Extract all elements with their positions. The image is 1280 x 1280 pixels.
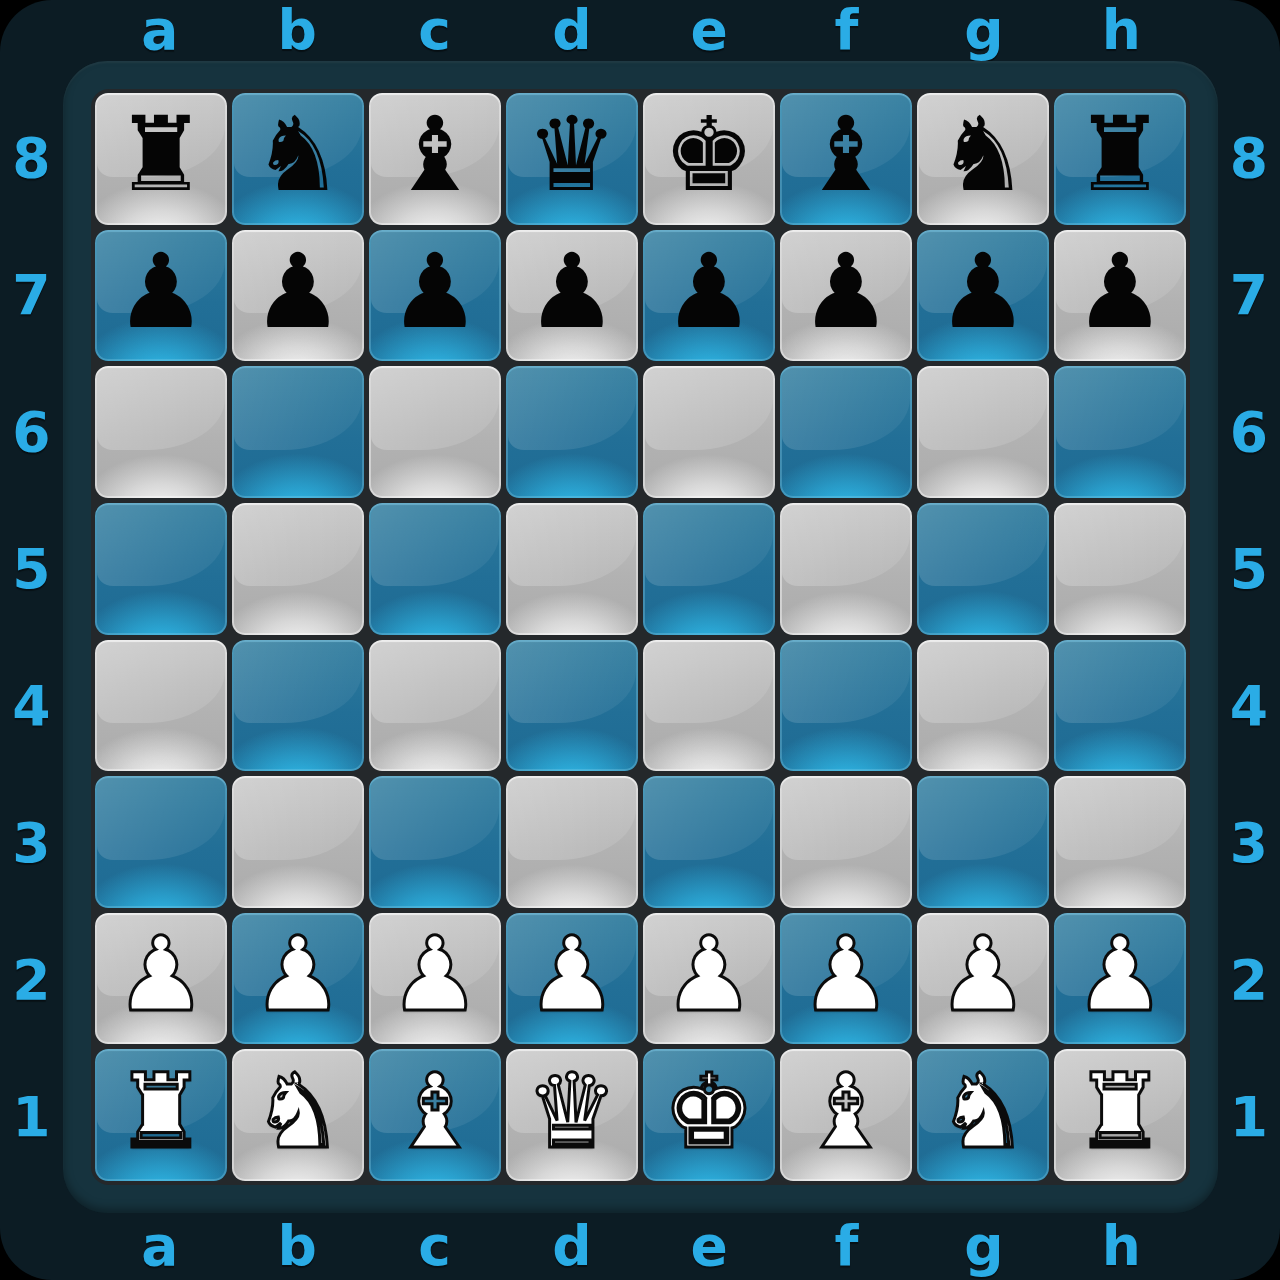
- square-e2[interactable]: ♟: [643, 913, 775, 1045]
- rank-labels-left: 87654321: [0, 89, 63, 1185]
- square-c2[interactable]: ♟: [369, 913, 501, 1045]
- piece-white-knight[interactable]: ♞: [937, 1060, 1029, 1163]
- piece-black-pawn[interactable]: ♟: [389, 240, 481, 343]
- rank-label-3: 3: [0, 774, 63, 911]
- square-c6[interactable]: [369, 366, 501, 498]
- square-e4[interactable]: [643, 640, 775, 772]
- rank-label-4: 4: [1218, 637, 1280, 774]
- chess-app-screen: abcdefgh abcdefgh 87654321 87654321 ♜♞♝♛…: [0, 0, 1280, 1280]
- piece-black-pawn[interactable]: ♟: [800, 240, 892, 343]
- piece-white-rook[interactable]: ♜: [1074, 1060, 1166, 1163]
- square-g6[interactable]: [917, 366, 1049, 498]
- file-label-f: f: [778, 0, 915, 62]
- square-c5[interactable]: [369, 503, 501, 635]
- rank-label-5: 5: [0, 500, 63, 637]
- rank-label-3: 3: [1218, 774, 1280, 911]
- chess-board: ♜♞♝♛♚♝♞♜♟♟♟♟♟♟♟♟♟♟♟♟♟♟♟♟♜♞♝♛♚♝♞♜: [91, 89, 1190, 1185]
- square-a5[interactable]: [95, 503, 227, 635]
- square-d1[interactable]: ♛: [506, 1049, 638, 1181]
- square-a6[interactable]: [95, 366, 227, 498]
- square-e5[interactable]: [643, 503, 775, 635]
- square-f3[interactable]: [780, 776, 912, 908]
- piece-white-queen[interactable]: ♛: [526, 1060, 618, 1163]
- square-d2[interactable]: ♟: [506, 913, 638, 1045]
- piece-white-pawn[interactable]: ♟: [526, 923, 618, 1026]
- piece-black-rook[interactable]: ♜: [1074, 103, 1166, 206]
- square-g5[interactable]: [917, 503, 1049, 635]
- square-f4[interactable]: [780, 640, 912, 772]
- square-a3[interactable]: [95, 776, 227, 908]
- square-e6[interactable]: [643, 366, 775, 498]
- file-label-b: b: [228, 1212, 365, 1280]
- square-g8[interactable]: ♞: [917, 93, 1049, 225]
- square-b8[interactable]: ♞: [232, 93, 364, 225]
- board-frame: ♜♞♝♛♚♝♞♜♟♟♟♟♟♟♟♟♟♟♟♟♟♟♟♟♜♞♝♛♚♝♞♜: [63, 61, 1218, 1213]
- square-b5[interactable]: [232, 503, 364, 635]
- piece-white-pawn[interactable]: ♟: [937, 923, 1029, 1026]
- square-h2[interactable]: ♟: [1054, 913, 1186, 1045]
- file-label-h: h: [1053, 0, 1190, 62]
- square-d3[interactable]: [506, 776, 638, 908]
- file-label-d: d: [503, 0, 640, 62]
- piece-black-pawn[interactable]: ♟: [252, 240, 344, 343]
- square-d4[interactable]: [506, 640, 638, 772]
- rank-label-8: 8: [0, 89, 63, 226]
- square-a8[interactable]: ♜: [95, 93, 227, 225]
- piece-white-pawn[interactable]: ♟: [252, 923, 344, 1026]
- square-h5[interactable]: [1054, 503, 1186, 635]
- square-f8[interactable]: ♝: [780, 93, 912, 225]
- rank-label-6: 6: [1218, 363, 1280, 500]
- file-label-g: g: [915, 1212, 1052, 1280]
- piece-black-queen[interactable]: ♛: [526, 103, 618, 206]
- square-g2[interactable]: ♟: [917, 913, 1049, 1045]
- square-h8[interactable]: ♜: [1054, 93, 1186, 225]
- piece-black-pawn[interactable]: ♟: [526, 240, 618, 343]
- rank-label-2: 2: [0, 911, 63, 1048]
- square-f7[interactable]: ♟: [780, 230, 912, 362]
- piece-white-knight[interactable]: ♞: [252, 1060, 344, 1163]
- file-label-a: a: [91, 0, 228, 62]
- square-f2[interactable]: ♟: [780, 913, 912, 1045]
- rank-label-4: 4: [0, 637, 63, 774]
- square-a4[interactable]: [95, 640, 227, 772]
- square-c8[interactable]: ♝: [369, 93, 501, 225]
- piece-white-king[interactable]: ♚: [663, 1060, 755, 1163]
- piece-black-pawn[interactable]: ♟: [1074, 240, 1166, 343]
- square-b4[interactable]: [232, 640, 364, 772]
- rank-label-8: 8: [1218, 89, 1280, 226]
- square-b1[interactable]: ♞: [232, 1049, 364, 1181]
- file-label-f: f: [778, 1212, 915, 1280]
- square-c1[interactable]: ♝: [369, 1049, 501, 1181]
- square-e1[interactable]: ♚: [643, 1049, 775, 1181]
- file-label-b: b: [228, 0, 365, 62]
- rank-label-7: 7: [0, 226, 63, 363]
- square-g4[interactable]: [917, 640, 1049, 772]
- square-f5[interactable]: [780, 503, 912, 635]
- square-f1[interactable]: ♝: [780, 1049, 912, 1181]
- square-g3[interactable]: [917, 776, 1049, 908]
- file-labels-top: abcdefgh: [91, 0, 1190, 59]
- piece-black-king[interactable]: ♚: [663, 103, 755, 206]
- piece-white-pawn[interactable]: ♟: [663, 923, 755, 1026]
- rank-label-6: 6: [0, 363, 63, 500]
- square-b2[interactable]: ♟: [232, 913, 364, 1045]
- file-label-d: d: [503, 1212, 640, 1280]
- rank-labels-right: 87654321: [1218, 89, 1280, 1185]
- piece-white-pawn[interactable]: ♟: [800, 923, 892, 1026]
- rank-label-7: 7: [1218, 226, 1280, 363]
- square-f6[interactable]: [780, 366, 912, 498]
- piece-black-pawn[interactable]: ♟: [663, 240, 755, 343]
- square-b7[interactable]: ♟: [232, 230, 364, 362]
- square-g7[interactable]: ♟: [917, 230, 1049, 362]
- file-labels-bottom: abcdefgh: [91, 1212, 1190, 1280]
- file-label-a: a: [91, 1212, 228, 1280]
- file-label-e: e: [641, 1212, 778, 1280]
- piece-white-bishop[interactable]: ♝: [389, 1060, 481, 1163]
- piece-black-pawn[interactable]: ♟: [937, 240, 1029, 343]
- file-label-c: c: [366, 1212, 503, 1280]
- square-e3[interactable]: [643, 776, 775, 908]
- file-label-h: h: [1053, 1212, 1190, 1280]
- rank-label-1: 1: [0, 1048, 63, 1185]
- square-d8[interactable]: ♛: [506, 93, 638, 225]
- square-h1[interactable]: ♜: [1054, 1049, 1186, 1181]
- square-b3[interactable]: [232, 776, 364, 908]
- rank-label-1: 1: [1218, 1048, 1280, 1185]
- piece-black-bishop[interactable]: ♝: [389, 103, 481, 206]
- file-label-c: c: [366, 0, 503, 62]
- rank-label-5: 5: [1218, 500, 1280, 637]
- square-a2[interactable]: ♟: [95, 913, 227, 1045]
- square-a1[interactable]: ♜: [95, 1049, 227, 1181]
- piece-white-pawn[interactable]: ♟: [1074, 923, 1166, 1026]
- square-e8[interactable]: ♚: [643, 93, 775, 225]
- piece-black-pawn[interactable]: ♟: [115, 240, 207, 343]
- piece-black-knight[interactable]: ♞: [937, 103, 1029, 206]
- square-b6[interactable]: [232, 366, 364, 498]
- file-label-e: e: [641, 0, 778, 62]
- square-h3[interactable]: [1054, 776, 1186, 908]
- square-h7[interactable]: ♟: [1054, 230, 1186, 362]
- rank-label-2: 2: [1218, 911, 1280, 1048]
- piece-black-rook[interactable]: ♜: [115, 103, 207, 206]
- piece-black-bishop[interactable]: ♝: [800, 103, 892, 206]
- piece-white-pawn[interactable]: ♟: [389, 923, 481, 1026]
- piece-white-pawn[interactable]: ♟: [115, 923, 207, 1026]
- square-c4[interactable]: [369, 640, 501, 772]
- piece-black-knight[interactable]: ♞: [252, 103, 344, 206]
- piece-white-rook[interactable]: ♜: [115, 1060, 207, 1163]
- square-a7[interactable]: ♟: [95, 230, 227, 362]
- square-h4[interactable]: [1054, 640, 1186, 772]
- square-h6[interactable]: [1054, 366, 1186, 498]
- square-g1[interactable]: ♞: [917, 1049, 1049, 1181]
- square-c7[interactable]: ♟: [369, 230, 501, 362]
- square-c3[interactable]: [369, 776, 501, 908]
- square-e7[interactable]: ♟: [643, 230, 775, 362]
- square-d5[interactable]: [506, 503, 638, 635]
- square-d6[interactable]: [506, 366, 638, 498]
- square-d7[interactable]: ♟: [506, 230, 638, 362]
- file-label-g: g: [915, 0, 1052, 62]
- piece-white-bishop[interactable]: ♝: [800, 1060, 892, 1163]
